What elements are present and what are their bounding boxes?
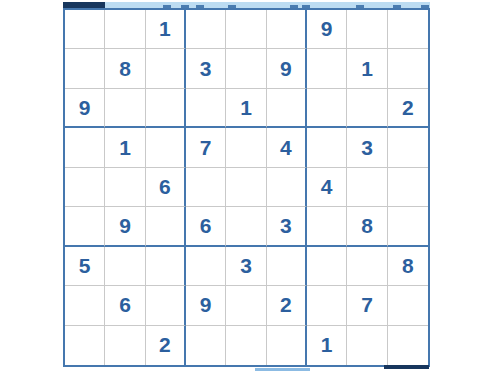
cell-r9c5[interactable] <box>226 326 266 365</box>
cell-r3c8[interactable] <box>347 89 387 128</box>
cell-r3c6[interactable] <box>267 89 307 128</box>
cell-r2c9[interactable] <box>388 49 428 88</box>
cell-r8c2[interactable]: 6 <box>105 286 145 325</box>
cell-r1c8[interactable] <box>347 10 387 49</box>
cell-r8c9[interactable] <box>388 286 428 325</box>
cell-r1c9[interactable] <box>388 10 428 49</box>
cell-r8c7[interactable] <box>307 286 347 325</box>
cell-r1c3[interactable]: 1 <box>146 10 186 49</box>
cell-r8c5[interactable] <box>226 286 266 325</box>
cell-r2c2[interactable]: 8 <box>105 49 145 88</box>
cell-r3c7[interactable] <box>307 89 347 128</box>
cell-r4c4[interactable]: 7 <box>186 128 226 167</box>
cell-r6c3[interactable] <box>146 207 186 246</box>
cell-r6c2[interactable]: 9 <box>105 207 145 246</box>
cell-r3c1[interactable]: 9 <box>65 89 105 128</box>
cell-r1c1[interactable] <box>65 10 105 49</box>
cell-r7c3[interactable] <box>146 247 186 286</box>
cell-r6c8[interactable]: 8 <box>347 207 387 246</box>
bottom-light-artifact <box>255 368 310 371</box>
cell-r1c2[interactable] <box>105 10 145 49</box>
cell-r8c3[interactable] <box>146 286 186 325</box>
cell-r9c6[interactable] <box>267 326 307 365</box>
cell-r4c2[interactable]: 1 <box>105 128 145 167</box>
cell-r2c3[interactable] <box>146 49 186 88</box>
cell-r5c7[interactable]: 4 <box>307 168 347 207</box>
cell-r5c5[interactable] <box>226 168 266 207</box>
cell-r7c9[interactable]: 8 <box>388 247 428 286</box>
cell-r7c1[interactable]: 5 <box>65 247 105 286</box>
cell-r2c1[interactable] <box>65 49 105 88</box>
cell-r6c6[interactable]: 3 <box>267 207 307 246</box>
cell-r1c6[interactable] <box>267 10 307 49</box>
sudoku-board: 1983919121743649638538692721 <box>63 8 430 367</box>
cell-r8c8[interactable]: 7 <box>347 286 387 325</box>
cell-r9c9[interactable] <box>388 326 428 365</box>
bottom-dark-artifact <box>384 365 429 369</box>
cell-r5c9[interactable] <box>388 168 428 207</box>
cell-r7c2[interactable] <box>105 247 145 286</box>
cell-r5c3[interactable]: 6 <box>146 168 186 207</box>
cell-r8c4[interactable]: 9 <box>186 286 226 325</box>
cell-r4c1[interactable] <box>65 128 105 167</box>
cell-r2c8[interactable]: 1 <box>347 49 387 88</box>
cell-r7c8[interactable] <box>347 247 387 286</box>
cell-r9c8[interactable] <box>347 326 387 365</box>
cell-r4c8[interactable]: 3 <box>347 128 387 167</box>
cell-r1c4[interactable] <box>186 10 226 49</box>
sudoku-app: 1983919121743649638538692721 <box>0 0 500 375</box>
cell-r5c4[interactable] <box>186 168 226 207</box>
cell-r9c7[interactable]: 1 <box>307 326 347 365</box>
cell-r7c5[interactable]: 3 <box>226 247 266 286</box>
cell-r5c1[interactable] <box>65 168 105 207</box>
cell-r4c3[interactable] <box>146 128 186 167</box>
cell-r8c6[interactable]: 2 <box>267 286 307 325</box>
cell-r8c1[interactable] <box>65 286 105 325</box>
cell-r1c5[interactable] <box>226 10 266 49</box>
cell-r5c2[interactable] <box>105 168 145 207</box>
cell-r3c3[interactable] <box>146 89 186 128</box>
cell-r7c4[interactable] <box>186 247 226 286</box>
cell-r1c7[interactable]: 9 <box>307 10 347 49</box>
cell-r3c4[interactable] <box>186 89 226 128</box>
cell-r9c3[interactable]: 2 <box>146 326 186 365</box>
cell-r2c7[interactable] <box>307 49 347 88</box>
cell-r4c6[interactable]: 4 <box>267 128 307 167</box>
cell-r6c9[interactable] <box>388 207 428 246</box>
cell-r5c6[interactable] <box>267 168 307 207</box>
cell-r6c1[interactable] <box>65 207 105 246</box>
cell-r7c6[interactable] <box>267 247 307 286</box>
cell-r9c1[interactable] <box>65 326 105 365</box>
cell-r6c5[interactable] <box>226 207 266 246</box>
cell-r4c7[interactable] <box>307 128 347 167</box>
cell-r7c7[interactable] <box>307 247 347 286</box>
cell-r2c5[interactable] <box>226 49 266 88</box>
cell-r5c8[interactable] <box>347 168 387 207</box>
cell-r2c6[interactable]: 9 <box>267 49 307 88</box>
cell-r9c2[interactable] <box>105 326 145 365</box>
cell-r4c9[interactable] <box>388 128 428 167</box>
cell-r3c5[interactable]: 1 <box>226 89 266 128</box>
cell-r6c7[interactable] <box>307 207 347 246</box>
cell-r4c5[interactable] <box>226 128 266 167</box>
cell-r9c4[interactable] <box>186 326 226 365</box>
cell-r3c2[interactable] <box>105 89 145 128</box>
cell-r3c9[interactable]: 2 <box>388 89 428 128</box>
cell-r2c4[interactable]: 3 <box>186 49 226 88</box>
cell-r6c4[interactable]: 6 <box>186 207 226 246</box>
